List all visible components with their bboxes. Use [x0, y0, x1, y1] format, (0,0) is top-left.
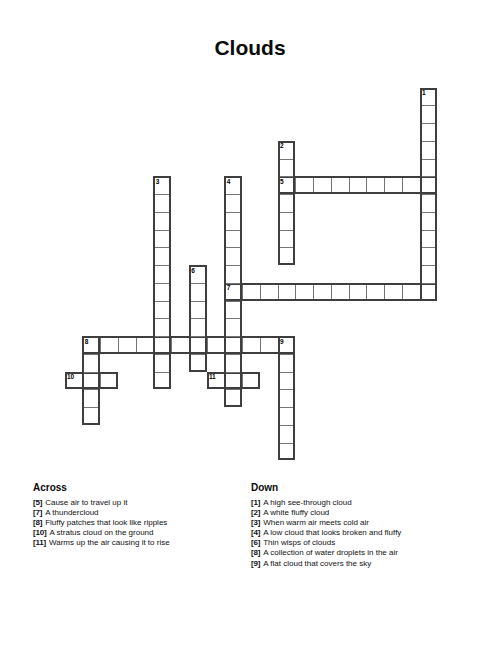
clue-text: Warms up the air causing it to rise — [49, 538, 170, 547]
cell-r19c12[interactable] — [278, 425, 296, 443]
cell-r15c12[interactable] — [278, 354, 296, 372]
cell-r15c5[interactable] — [153, 354, 171, 372]
down-clues-section: Down [1]A high see-through cloud[2]A whi… — [251, 482, 496, 569]
cell-r12c9[interactable] — [224, 301, 242, 319]
cell-r14c11[interactable] — [260, 336, 278, 354]
down-clue-3: [3]When warm air meets cold air — [251, 518, 496, 528]
cell-r16c8[interactable] — [207, 372, 225, 390]
clue-number: [10] — [33, 528, 46, 537]
cell-r14c5[interactable] — [153, 336, 171, 354]
cell-r9c9[interactable] — [224, 247, 242, 265]
cell-r7c9[interactable] — [224, 212, 242, 230]
cell-r11c7[interactable] — [189, 283, 207, 301]
clue-number: [3] — [251, 518, 260, 527]
cell-r5c13[interactable] — [295, 176, 313, 194]
clue-number: [6] — [251, 538, 260, 547]
down-clue-1: [1]A high see-through cloud — [251, 498, 496, 508]
clue-text: A stratus cloud on the ground — [49, 528, 153, 537]
cell-r14c10[interactable] — [242, 336, 260, 354]
clue-number: [11] — [33, 538, 46, 547]
cell-r16c1[interactable] — [82, 372, 100, 390]
down-clue-4: [4]A low cloud that looks broken and flu… — [251, 528, 496, 538]
cell-r8c9[interactable] — [224, 230, 242, 248]
cell-r16c5[interactable] — [153, 372, 171, 390]
clue-text: Fluffy patches that look like ripples — [45, 518, 167, 527]
cell-r14c1[interactable] — [82, 336, 100, 354]
clue-text: Cause air to travel up it — [45, 498, 127, 507]
cell-r5c18[interactable] — [384, 176, 402, 194]
cell-r4c12[interactable] — [278, 159, 296, 177]
down-clue-8: [8]A collection of water droplets in the… — [251, 548, 496, 558]
cell-r17c12[interactable] — [278, 389, 296, 407]
cell-r16c9[interactable] — [224, 372, 242, 390]
cell-r17c1[interactable] — [82, 389, 100, 407]
across-clue-7: [7]A thundercloud — [33, 508, 248, 518]
cell-r14c8[interactable] — [207, 336, 225, 354]
cell-r11c9[interactable] — [224, 283, 242, 301]
clue-number: [2] — [251, 508, 260, 517]
across-clue-list: [5]Cause air to travel up it[7]A thunder… — [33, 498, 248, 548]
clue-text: A high see-through cloud — [263, 498, 352, 507]
cell-r8c5[interactable] — [153, 230, 171, 248]
cell-r6c5[interactable] — [153, 194, 171, 212]
cell-r6c12[interactable] — [278, 194, 296, 212]
cell-r18c1[interactable] — [82, 407, 100, 425]
cell-r15c9[interactable] — [224, 354, 242, 372]
cell-r10c5[interactable] — [153, 265, 171, 283]
cell-r10c9[interactable] — [224, 265, 242, 283]
clue-number: [8] — [33, 518, 42, 527]
cell-r9c12[interactable] — [278, 247, 296, 265]
cell-r16c10[interactable] — [242, 372, 260, 390]
cell-r6c9[interactable] — [224, 194, 242, 212]
clue-number: [5] — [33, 498, 42, 507]
down-clue-9: [9]A flat cloud that covers the sky — [251, 559, 496, 569]
cell-r10c7[interactable] — [189, 265, 207, 283]
cell-r5c20[interactable] — [420, 176, 438, 194]
cell-r12c5[interactable] — [153, 301, 171, 319]
down-clue-6: [6]Thin wisps of clouds — [251, 538, 496, 548]
cell-r5c5[interactable] — [153, 176, 171, 194]
cell-r14c2[interactable] — [100, 336, 118, 354]
cell-r3c12[interactable] — [278, 141, 296, 159]
cell-r8c20[interactable] — [420, 230, 438, 248]
down-clue-2: [2]A white fluffy cloud — [251, 508, 496, 518]
cell-r11c19[interactable] — [402, 283, 420, 301]
cell-r5c12[interactable] — [278, 176, 296, 194]
crossword-board: 1234567891011 — [65, 88, 438, 461]
cell-r13c5[interactable] — [153, 318, 171, 336]
cell-r13c9[interactable] — [224, 318, 242, 336]
cell-r11c16[interactable] — [349, 283, 367, 301]
down-clue-list: [1]A high see-through cloud[2]A white fl… — [251, 498, 496, 569]
cell-r11c17[interactable] — [366, 283, 384, 301]
cell-r11c13[interactable] — [295, 283, 313, 301]
cell-r11c18[interactable] — [384, 283, 402, 301]
across-clue-8: [8]Fluffy patches that look like ripples — [33, 518, 248, 528]
cell-r7c5[interactable] — [153, 212, 171, 230]
cell-r15c1[interactable] — [82, 354, 100, 372]
cell-r7c20[interactable] — [420, 212, 438, 230]
cell-r13c7[interactable] — [189, 318, 207, 336]
clue-number: [8] — [251, 548, 260, 557]
cell-r14c7[interactable] — [189, 336, 207, 354]
clue-number: [1] — [251, 498, 260, 507]
across-header: Across — [33, 482, 248, 493]
cell-r9c5[interactable] — [153, 247, 171, 265]
puzzle-title: Clouds — [0, 36, 500, 60]
cell-r14c4[interactable] — [136, 336, 154, 354]
across-clue-10: [10]A stratus cloud on the ground — [33, 528, 248, 538]
cell-r14c6[interactable] — [171, 336, 189, 354]
cell-r18c12[interactable] — [278, 407, 296, 425]
cell-r14c3[interactable] — [118, 336, 136, 354]
cell-r11c5[interactable] — [153, 283, 171, 301]
clue-text: A thundercloud — [45, 508, 98, 517]
cell-r5c17[interactable] — [366, 176, 384, 194]
clue-text: A low cloud that looks broken and fluffy — [263, 528, 401, 537]
clue-number: [9] — [251, 559, 260, 568]
across-clue-5: [5]Cause air to travel up it — [33, 498, 248, 508]
clue-text: Thin wisps of clouds — [263, 538, 335, 547]
cell-r16c12[interactable] — [278, 372, 296, 390]
crossword-page: Clouds 1234567891011 Across [5]Cause air… — [0, 0, 500, 647]
clue-text: When warm air meets cold air — [263, 518, 369, 527]
cell-r11c11[interactable] — [260, 283, 278, 301]
cell-r14c9[interactable] — [224, 336, 242, 354]
cell-r5c9[interactable] — [224, 176, 242, 194]
cell-r16c0[interactable] — [65, 372, 83, 390]
clue-text: A white fluffy cloud — [263, 508, 329, 517]
cell-r11c14[interactable] — [313, 283, 331, 301]
cell-r7c12[interactable] — [278, 212, 296, 230]
clue-number: [7] — [33, 508, 42, 517]
cell-r4c20[interactable] — [420, 159, 438, 177]
cell-r10c20[interactable] — [420, 265, 438, 283]
cell-r17c9[interactable] — [224, 389, 242, 407]
cell-r16c2[interactable] — [100, 372, 118, 390]
clue-text: A collection of water droplets in the ai… — [263, 548, 398, 557]
cell-r8c12[interactable] — [278, 230, 296, 248]
down-header: Down — [251, 482, 496, 493]
cell-r14c12[interactable] — [278, 336, 296, 354]
cell-r5c19[interactable] — [402, 176, 420, 194]
cell-r3c20[interactable] — [420, 141, 438, 159]
cell-r1c20[interactable] — [420, 105, 438, 123]
cell-r11c10[interactable] — [242, 283, 260, 301]
cell-r11c12[interactable] — [278, 283, 296, 301]
cell-r2c20[interactable] — [420, 123, 438, 141]
cell-r20c12[interactable] — [278, 443, 296, 461]
cell-r5c14[interactable] — [313, 176, 331, 194]
cell-r15c7[interactable] — [189, 354, 207, 372]
cell-r6c20[interactable] — [420, 194, 438, 212]
across-clues-section: Across [5]Cause air to travel up it[7]A … — [33, 482, 248, 548]
cell-r12c7[interactable] — [189, 301, 207, 319]
cell-r5c15[interactable] — [331, 176, 349, 194]
clue-text: A flat cloud that covers the sky — [263, 559, 371, 568]
cell-r9c20[interactable] — [420, 247, 438, 265]
across-clue-11: [11]Warms up the air causing it to rise — [33, 538, 248, 548]
cell-r11c20[interactable] — [420, 283, 438, 301]
cell-r11c15[interactable] — [331, 283, 349, 301]
cell-r0c20[interactable] — [420, 88, 438, 106]
cell-r5c16[interactable] — [349, 176, 367, 194]
clue-number: [4] — [251, 528, 260, 537]
